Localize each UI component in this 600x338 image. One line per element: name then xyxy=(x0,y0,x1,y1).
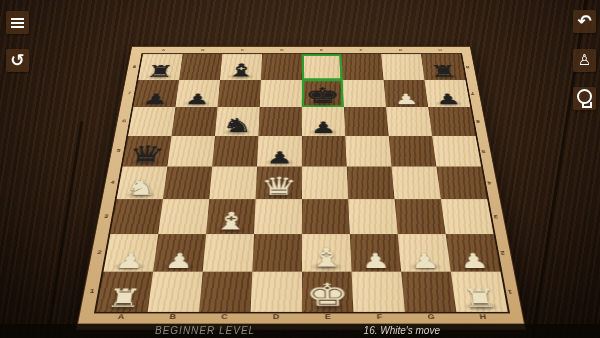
square-b2[interactable]: ♟ xyxy=(153,234,206,271)
square-g5[interactable] xyxy=(389,136,437,167)
square-e4[interactable] xyxy=(302,167,348,200)
square-b7[interactable]: ♟ xyxy=(175,80,220,107)
square-e2[interactable]: ♝ xyxy=(302,234,352,271)
square-d3[interactable] xyxy=(254,199,302,234)
square-g6[interactable] xyxy=(386,107,432,136)
wood-plank-seam xyxy=(40,121,84,338)
square-a3[interactable] xyxy=(110,199,163,234)
square-e3[interactable] xyxy=(302,199,350,234)
file-label-bottom-C: C xyxy=(198,313,250,321)
piece-white-pawn-g7[interactable]: ♟ xyxy=(395,79,420,107)
undo-move-button[interactable]: ↶ xyxy=(573,10,596,33)
square-c7[interactable] xyxy=(218,80,261,107)
undo-icon: ↶ xyxy=(577,13,591,30)
move-status-label: 16. White's move xyxy=(364,325,440,336)
square-b8[interactable] xyxy=(179,54,222,80)
piece-black-pawn-a7[interactable]: ♟ xyxy=(142,79,167,107)
square-c6[interactable]: ♞ xyxy=(215,107,260,136)
piece-white-bishop-c3[interactable]: ♝ xyxy=(212,193,248,234)
menu-icon xyxy=(11,18,24,20)
square-e8[interactable] xyxy=(302,54,343,80)
piece-black-rook-a8[interactable]: ♜ xyxy=(145,48,173,79)
square-d5[interactable]: ♟ xyxy=(257,136,302,167)
square-f5[interactable] xyxy=(345,136,391,167)
square-a8[interactable]: ♜ xyxy=(138,54,182,80)
square-e1[interactable]: ♚ xyxy=(302,272,353,312)
piece-black-pawn-h7[interactable]: ♟ xyxy=(437,79,462,107)
piece-black-rook-h8[interactable]: ♜ xyxy=(431,48,459,79)
file-label-top-E: E xyxy=(302,49,342,52)
square-b1[interactable] xyxy=(148,272,203,312)
hint-button[interactable] xyxy=(573,87,596,110)
chess-board-scene: ♜♝♜♟♟♚♟♟♞♟♛♟♞♛♝♟♟♝♟♟♟♜♚♜ AABBCCDDEEFFGGH… xyxy=(77,46,525,324)
square-d2[interactable] xyxy=(252,234,302,271)
file-label-bottom-F: F xyxy=(353,313,405,321)
square-g4[interactable] xyxy=(392,167,441,200)
file-label-top-B: B xyxy=(183,49,223,52)
file-label-top-H: H xyxy=(420,49,460,52)
square-c1[interactable] xyxy=(199,272,252,312)
square-f2[interactable]: ♟ xyxy=(350,234,401,271)
chess-app-screen: { "game": "chess", "position": { "fen": … xyxy=(0,0,600,338)
rotate-board-button[interactable]: ↺ xyxy=(6,49,29,72)
square-f7[interactable] xyxy=(343,80,386,107)
square-f1[interactable] xyxy=(352,272,405,312)
square-d1[interactable] xyxy=(251,272,302,312)
hint-bulb-icon xyxy=(577,89,592,104)
square-g1[interactable] xyxy=(401,272,456,312)
square-f3[interactable] xyxy=(348,199,398,234)
piece-black-pawn-d5[interactable]: ♟ xyxy=(266,137,292,166)
square-f8[interactable] xyxy=(341,54,383,80)
piece-white-pawn-g2[interactable]: ♟ xyxy=(411,238,440,270)
square-c8[interactable]: ♝ xyxy=(220,54,262,80)
square-g8[interactable] xyxy=(381,54,424,80)
square-g7[interactable]: ♟ xyxy=(384,80,429,107)
file-label-bottom-A: A xyxy=(95,313,148,321)
file-label-top-D: D xyxy=(262,49,302,52)
piece-white-pawn-f2[interactable]: ♟ xyxy=(362,238,391,270)
file-label-bottom-B: B xyxy=(146,313,199,321)
file-label-bottom-E: E xyxy=(302,313,354,321)
square-d4[interactable]: ♛ xyxy=(256,167,302,200)
square-c3[interactable]: ♝ xyxy=(206,199,255,234)
piece-white-rook-h1[interactable]: ♜ xyxy=(464,271,499,311)
square-f6[interactable] xyxy=(344,107,389,136)
square-a6[interactable] xyxy=(128,107,175,136)
file-label-top-F: F xyxy=(341,49,381,52)
piece-white-pawn-b2[interactable]: ♟ xyxy=(163,238,192,270)
square-c4[interactable] xyxy=(209,167,257,200)
square-f4[interactable] xyxy=(347,167,395,200)
square-a1[interactable]: ♜ xyxy=(96,272,153,312)
board-frame: ♜♝♜♟♟♚♟♟♞♟♛♟♞♛♝♟♟♝♟♟♟♜♚♜ AABBCCDDEEFFGGH… xyxy=(76,46,526,330)
chess-board[interactable]: ♜♝♜♟♟♚♟♟♞♟♛♟♞♛♝♟♟♝♟♟♟♜♚♜ xyxy=(96,54,508,312)
file-label-top-C: C xyxy=(223,49,263,52)
file-label-bottom-D: D xyxy=(250,313,302,321)
player-mode-button[interactable]: ♙ xyxy=(573,49,596,72)
piece-white-rook-a1[interactable]: ♜ xyxy=(104,271,139,311)
file-label-top-G: G xyxy=(381,49,421,52)
square-a2[interactable]: ♟ xyxy=(103,234,158,271)
player-pawn-icon: ♙ xyxy=(578,53,591,68)
square-g3[interactable] xyxy=(395,199,446,234)
rotate-board-icon: ↺ xyxy=(10,52,24,69)
piece-white-bishop-e2[interactable]: ♝ xyxy=(308,229,346,271)
file-label-bottom-G: G xyxy=(405,313,458,321)
square-e7[interactable]: ♚ xyxy=(302,80,344,107)
menu-button[interactable] xyxy=(6,11,29,34)
file-label-top-A: A xyxy=(143,49,183,52)
square-b3[interactable] xyxy=(158,199,209,234)
square-d6[interactable] xyxy=(258,107,301,136)
piece-black-pawn-b7[interactable]: ♟ xyxy=(184,79,209,107)
square-g2[interactable]: ♟ xyxy=(398,234,451,271)
square-d8[interactable] xyxy=(261,54,302,80)
square-h8[interactable]: ♜ xyxy=(421,54,465,80)
file-label-bottom-H: H xyxy=(456,313,509,321)
square-c2[interactable] xyxy=(203,234,254,271)
piece-black-pawn-e6[interactable]: ♟ xyxy=(311,107,336,135)
square-h7[interactable]: ♟ xyxy=(424,80,470,107)
level-label: BEGINNER LEVEL xyxy=(155,325,255,336)
square-a7[interactable]: ♟ xyxy=(133,80,179,107)
piece-white-pawn-a2[interactable]: ♟ xyxy=(114,238,143,270)
square-b6[interactable] xyxy=(172,107,218,136)
square-a5[interactable]: ♛ xyxy=(123,136,172,167)
square-c5[interactable] xyxy=(212,136,258,167)
square-b4[interactable] xyxy=(163,167,212,200)
square-a4[interactable]: ♞ xyxy=(117,167,168,200)
status-bar: BEGINNER LEVEL 16. White's move xyxy=(0,324,600,338)
square-e6[interactable]: ♟ xyxy=(302,107,345,136)
square-d7[interactable] xyxy=(260,80,302,107)
square-b5[interactable] xyxy=(167,136,215,167)
piece-white-knight-a4[interactable]: ♞ xyxy=(123,161,157,198)
square-e5[interactable] xyxy=(302,136,347,167)
piece-white-pawn-h2[interactable]: ♟ xyxy=(461,238,490,270)
